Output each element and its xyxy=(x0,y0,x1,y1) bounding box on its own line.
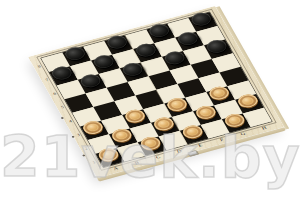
checkers-board: ABCDEFGH 87654321 xyxy=(28,6,284,178)
white-piece-h2 xyxy=(236,94,261,111)
product-photo[interactable]: ABCDEFGH 87654321 21vek.by xyxy=(0,0,300,203)
clasp-icon xyxy=(187,150,198,156)
black-piece-h6 xyxy=(205,39,230,56)
black-piece-top xyxy=(189,11,214,28)
black-piece-h8 xyxy=(189,12,214,29)
